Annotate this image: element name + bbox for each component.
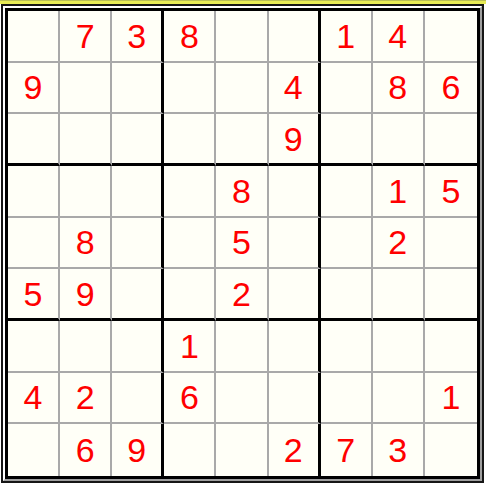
sudoku-grid: 73814948698158525921426169273 bbox=[5, 8, 480, 479]
cell-r5c5-given: 5 bbox=[216, 218, 268, 270]
cell-r7c8-empty[interactable] bbox=[373, 321, 425, 373]
cell-r4c9-given: 5 bbox=[425, 166, 477, 218]
cell-r1c1-empty[interactable] bbox=[8, 11, 60, 63]
cell-r1c8-given: 4 bbox=[373, 11, 425, 63]
cell-r9c8-given: 3 bbox=[373, 424, 425, 476]
cell-r3c9-empty[interactable] bbox=[425, 114, 477, 166]
cell-r7c3-empty[interactable] bbox=[112, 321, 164, 373]
cell-r5c8-given: 2 bbox=[373, 218, 425, 270]
cell-r7c7-empty[interactable] bbox=[321, 321, 373, 373]
cell-r7c6-empty[interactable] bbox=[269, 321, 321, 373]
cell-r4c5-given: 8 bbox=[216, 166, 268, 218]
cell-r8c8-empty[interactable] bbox=[373, 373, 425, 425]
cell-r6c9-empty[interactable] bbox=[425, 269, 477, 321]
cell-r2c5-empty[interactable] bbox=[216, 63, 268, 115]
cell-r1c2-given: 7 bbox=[60, 11, 112, 63]
cell-r1c4-given: 8 bbox=[164, 11, 216, 63]
cell-r8c5-empty[interactable] bbox=[216, 373, 268, 425]
cell-r9c2-given: 6 bbox=[60, 424, 112, 476]
cell-r3c2-empty[interactable] bbox=[60, 114, 112, 166]
cell-r6c8-empty[interactable] bbox=[373, 269, 425, 321]
cell-r9c1-empty[interactable] bbox=[8, 424, 60, 476]
cell-r9c4-empty[interactable] bbox=[164, 424, 216, 476]
cell-r2c8-given: 8 bbox=[373, 63, 425, 115]
cell-r4c8-given: 1 bbox=[373, 166, 425, 218]
cell-r6c6-empty[interactable] bbox=[269, 269, 321, 321]
cell-r1c5-empty[interactable] bbox=[216, 11, 268, 63]
cell-r5c2-given: 8 bbox=[60, 218, 112, 270]
cell-r9c3-given: 9 bbox=[112, 424, 164, 476]
cell-r5c1-empty[interactable] bbox=[8, 218, 60, 270]
cell-r8c3-empty[interactable] bbox=[112, 373, 164, 425]
cell-r3c4-empty[interactable] bbox=[164, 114, 216, 166]
cell-r6c7-empty[interactable] bbox=[321, 269, 373, 321]
cell-r7c5-empty[interactable] bbox=[216, 321, 268, 373]
cell-r4c6-empty[interactable] bbox=[269, 166, 321, 218]
cell-r2c4-empty[interactable] bbox=[164, 63, 216, 115]
board-frame: 73814948698158525921426169273 bbox=[1, 4, 484, 483]
cell-r2c6-given: 4 bbox=[269, 63, 321, 115]
cell-r4c2-empty[interactable] bbox=[60, 166, 112, 218]
cell-r2c1-given: 9 bbox=[8, 63, 60, 115]
cell-r6c4-empty[interactable] bbox=[164, 269, 216, 321]
cell-r7c4-given: 1 bbox=[164, 321, 216, 373]
cell-r2c7-empty[interactable] bbox=[321, 63, 373, 115]
cell-r1c3-given: 3 bbox=[112, 11, 164, 63]
cell-r3c6-given: 9 bbox=[269, 114, 321, 166]
board-frame-bevel: 73814948698158525921426169273 bbox=[3, 6, 482, 481]
cell-r7c9-empty[interactable] bbox=[425, 321, 477, 373]
cell-r2c9-given: 6 bbox=[425, 63, 477, 115]
cell-r6c1-given: 5 bbox=[8, 269, 60, 321]
cell-r3c3-empty[interactable] bbox=[112, 114, 164, 166]
cell-r8c7-empty[interactable] bbox=[321, 373, 373, 425]
cell-r4c7-empty[interactable] bbox=[321, 166, 373, 218]
cell-r8c9-given: 1 bbox=[425, 373, 477, 425]
cell-r8c2-given: 2 bbox=[60, 373, 112, 425]
cell-r8c1-given: 4 bbox=[8, 373, 60, 425]
cell-r3c7-empty[interactable] bbox=[321, 114, 373, 166]
cell-r5c6-empty[interactable] bbox=[269, 218, 321, 270]
cell-r3c1-empty[interactable] bbox=[8, 114, 60, 166]
cell-r4c4-empty[interactable] bbox=[164, 166, 216, 218]
cell-r5c4-empty[interactable] bbox=[164, 218, 216, 270]
cell-r1c7-given: 1 bbox=[321, 11, 373, 63]
cell-r8c4-given: 6 bbox=[164, 373, 216, 425]
cell-r3c8-empty[interactable] bbox=[373, 114, 425, 166]
cell-r9c7-given: 7 bbox=[321, 424, 373, 476]
cell-r6c2-given: 9 bbox=[60, 269, 112, 321]
cell-r9c5-empty[interactable] bbox=[216, 424, 268, 476]
cell-r4c1-empty[interactable] bbox=[8, 166, 60, 218]
cell-r6c3-empty[interactable] bbox=[112, 269, 164, 321]
cell-r5c3-empty[interactable] bbox=[112, 218, 164, 270]
cell-r9c9-empty[interactable] bbox=[425, 424, 477, 476]
cell-r5c7-empty[interactable] bbox=[321, 218, 373, 270]
cell-r2c3-empty[interactable] bbox=[112, 63, 164, 115]
cell-r5c9-empty[interactable] bbox=[425, 218, 477, 270]
cell-r7c2-empty[interactable] bbox=[60, 321, 112, 373]
cell-r9c6-given: 2 bbox=[269, 424, 321, 476]
cell-r6c5-given: 2 bbox=[216, 269, 268, 321]
sudoku-page: 73814948698158525921426169273 bbox=[0, 0, 486, 486]
cell-r8c6-empty[interactable] bbox=[269, 373, 321, 425]
cell-r2c2-empty[interactable] bbox=[60, 63, 112, 115]
cell-r1c6-empty[interactable] bbox=[269, 11, 321, 63]
cell-r1c9-empty[interactable] bbox=[425, 11, 477, 63]
cell-r4c3-empty[interactable] bbox=[112, 166, 164, 218]
cell-r7c1-empty[interactable] bbox=[8, 321, 60, 373]
cell-r3c5-empty[interactable] bbox=[216, 114, 268, 166]
